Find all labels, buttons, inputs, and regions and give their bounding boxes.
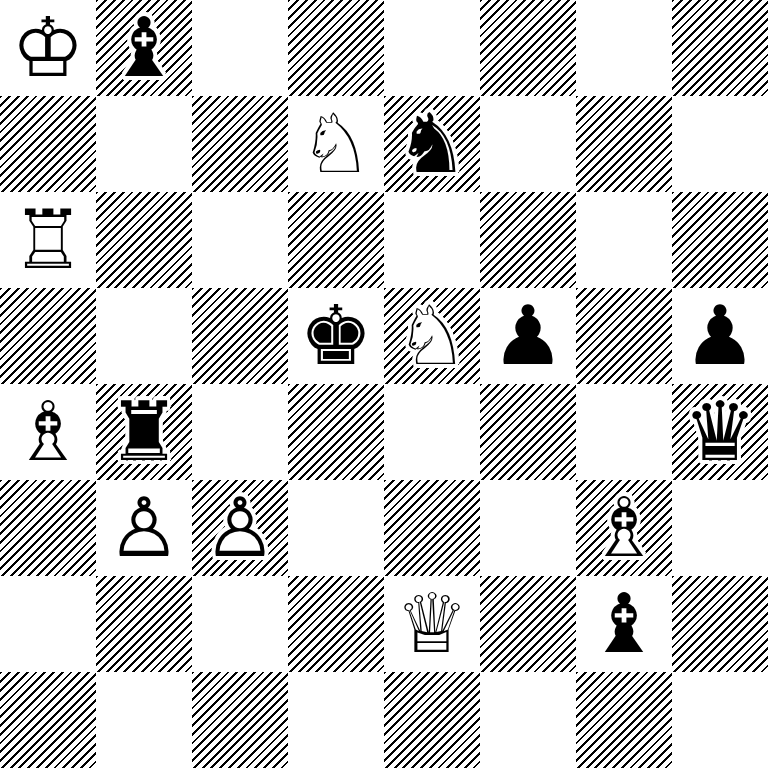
square-f8[interactable] xyxy=(480,0,576,96)
square-h1[interactable] xyxy=(672,672,768,768)
white-king[interactable]: ♔ xyxy=(0,0,96,96)
white-bishop[interactable]: ♗ xyxy=(0,384,96,480)
square-d5[interactable]: ♚♚ xyxy=(288,288,384,384)
square-g7[interactable] xyxy=(576,96,672,192)
square-c3[interactable]: ♟♙ xyxy=(192,480,288,576)
square-c4[interactable] xyxy=(192,384,288,480)
square-g6[interactable] xyxy=(576,192,672,288)
black-king[interactable]: ♚ xyxy=(288,288,384,384)
piece-halo: ♚ xyxy=(288,288,384,384)
piece-halo: ♝ xyxy=(576,576,672,672)
square-h3[interactable] xyxy=(672,480,768,576)
square-c5[interactable] xyxy=(192,288,288,384)
black-bishop[interactable]: ♝ xyxy=(96,0,192,96)
piece-halo: ♟ xyxy=(96,480,192,576)
piece-halo: ♝ xyxy=(96,0,192,96)
white-knight[interactable]: ♘ xyxy=(384,288,480,384)
square-d3[interactable] xyxy=(288,480,384,576)
square-a8[interactable]: ♚♔ xyxy=(0,0,96,96)
square-f7[interactable] xyxy=(480,96,576,192)
square-a6[interactable]: ♜♖ xyxy=(0,192,96,288)
black-pawn[interactable]: ♟ xyxy=(480,288,576,384)
square-f6[interactable] xyxy=(480,192,576,288)
piece-halo: ♚ xyxy=(0,0,96,96)
piece-halo: ♟ xyxy=(672,288,768,384)
square-h5[interactable]: ♟♟ xyxy=(672,288,768,384)
square-g5[interactable] xyxy=(576,288,672,384)
white-pawn[interactable]: ♙ xyxy=(192,480,288,576)
black-queen[interactable]: ♛ xyxy=(672,384,768,480)
square-d2[interactable] xyxy=(288,576,384,672)
square-b5[interactable] xyxy=(96,288,192,384)
piece-halo: ♟ xyxy=(192,480,288,576)
square-e1[interactable] xyxy=(384,672,480,768)
square-b8[interactable]: ♝♝ xyxy=(96,0,192,96)
black-knight[interactable]: ♞ xyxy=(384,96,480,192)
square-d4[interactable] xyxy=(288,384,384,480)
square-g4[interactable] xyxy=(576,384,672,480)
square-e6[interactable] xyxy=(384,192,480,288)
square-a7[interactable] xyxy=(0,96,96,192)
square-b4[interactable]: ♜♜ xyxy=(96,384,192,480)
square-h8[interactable] xyxy=(672,0,768,96)
square-h7[interactable] xyxy=(672,96,768,192)
square-b6[interactable] xyxy=(96,192,192,288)
square-c6[interactable] xyxy=(192,192,288,288)
square-e3[interactable] xyxy=(384,480,480,576)
square-f5[interactable]: ♟♟ xyxy=(480,288,576,384)
square-f1[interactable] xyxy=(480,672,576,768)
square-a2[interactable] xyxy=(0,576,96,672)
square-e7[interactable]: ♞♞ xyxy=(384,96,480,192)
square-d7[interactable]: ♞♘ xyxy=(288,96,384,192)
white-knight[interactable]: ♘ xyxy=(288,96,384,192)
white-pawn[interactable]: ♙ xyxy=(96,480,192,576)
square-e5[interactable]: ♞♘ xyxy=(384,288,480,384)
white-queen[interactable]: ♕ xyxy=(384,576,480,672)
square-h4[interactable]: ♛♛ xyxy=(672,384,768,480)
chess-board: ♚♔♝♝♞♘♞♞♜♖♚♚♞♘♟♟♟♟♝♗♜♜♛♛♟♙♟♙♝♗♛♕♝♝ xyxy=(0,0,768,768)
square-g8[interactable] xyxy=(576,0,672,96)
piece-halo: ♞ xyxy=(384,96,480,192)
square-d6[interactable] xyxy=(288,192,384,288)
square-b3[interactable]: ♟♙ xyxy=(96,480,192,576)
square-b1[interactable] xyxy=(96,672,192,768)
white-bishop[interactable]: ♗ xyxy=(576,480,672,576)
square-g2[interactable]: ♝♝ xyxy=(576,576,672,672)
square-h2[interactable] xyxy=(672,576,768,672)
square-f4[interactable] xyxy=(480,384,576,480)
square-g3[interactable]: ♝♗ xyxy=(576,480,672,576)
piece-halo: ♟ xyxy=(480,288,576,384)
square-g1[interactable] xyxy=(576,672,672,768)
square-a3[interactable] xyxy=(0,480,96,576)
piece-halo: ♝ xyxy=(576,480,672,576)
piece-halo: ♛ xyxy=(672,384,768,480)
white-rook[interactable]: ♖ xyxy=(0,192,96,288)
square-c1[interactable] xyxy=(192,672,288,768)
square-h6[interactable] xyxy=(672,192,768,288)
square-b7[interactable] xyxy=(96,96,192,192)
square-f3[interactable] xyxy=(480,480,576,576)
piece-halo: ♜ xyxy=(0,192,96,288)
piece-halo: ♝ xyxy=(0,384,96,480)
square-f2[interactable] xyxy=(480,576,576,672)
square-a5[interactable] xyxy=(0,288,96,384)
square-c7[interactable] xyxy=(192,96,288,192)
black-rook[interactable]: ♜ xyxy=(96,384,192,480)
square-c2[interactable] xyxy=(192,576,288,672)
square-a4[interactable]: ♝♗ xyxy=(0,384,96,480)
square-a1[interactable] xyxy=(0,672,96,768)
black-pawn[interactable]: ♟ xyxy=(672,288,768,384)
square-c8[interactable] xyxy=(192,0,288,96)
square-e4[interactable] xyxy=(384,384,480,480)
piece-halo: ♛ xyxy=(384,576,480,672)
square-e8[interactable] xyxy=(384,0,480,96)
piece-halo: ♜ xyxy=(96,384,192,480)
piece-halo: ♞ xyxy=(384,288,480,384)
square-b2[interactable] xyxy=(96,576,192,672)
black-bishop[interactable]: ♝ xyxy=(576,576,672,672)
square-d8[interactable] xyxy=(288,0,384,96)
piece-halo: ♞ xyxy=(288,96,384,192)
square-d1[interactable] xyxy=(288,672,384,768)
square-e2[interactable]: ♛♕ xyxy=(384,576,480,672)
